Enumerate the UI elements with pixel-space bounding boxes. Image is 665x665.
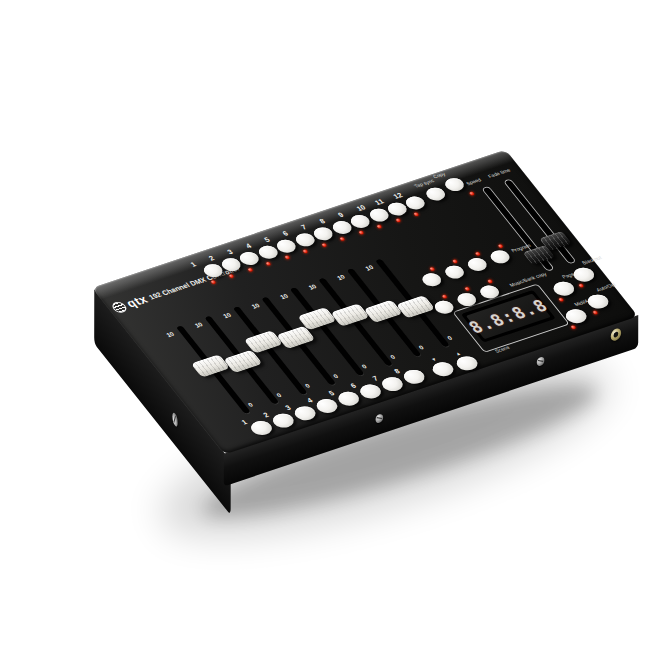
fixture-number: 1 [189,261,197,268]
function-button-r1-2[interactable] [441,264,466,281]
fixture-led [358,230,364,235]
function-led [452,259,458,264]
fader-scale-top: 10 [165,331,175,338]
fader-scale-top: 10 [222,312,232,319]
function-button-r1-1[interactable] [419,271,444,288]
fader-scale-bottom: 0 [247,402,254,408]
scene-button-7[interactable] [378,375,406,394]
side-led [558,297,564,302]
function-led [441,294,447,299]
utility-button-tap-sync[interactable] [423,186,448,203]
function-button-r1-4[interactable] [487,249,512,266]
fixture-number: 6 [281,230,289,237]
fixture-led [266,261,272,266]
fixture-led [395,218,401,223]
fixture-led [247,268,253,273]
side-label: Blackout [581,255,603,265]
master-fader-label: Fade time [487,168,511,179]
screw [172,410,177,429]
fader-scale-bottom: 0 [304,383,311,389]
scene-number: 3 [284,404,292,411]
scene-number: 2 [262,411,270,418]
function-button-r1-3[interactable] [464,256,489,273]
fixture-led [284,255,290,260]
fixture-number: 4 [244,242,252,249]
side-led [570,325,576,330]
scene-number: 6 [349,382,357,389]
side-button-auto-del[interactable] [583,292,611,311]
function-led [475,252,481,257]
fixture-number: 3 [226,248,234,255]
fixture-number: 10 [355,204,367,212]
fixture-number: 11 [373,198,385,206]
scene-number: 8 [393,367,401,374]
scene-number: 5 [327,389,335,396]
screw [537,356,545,367]
bank-button-up[interactable] [452,354,480,373]
fixture-number: 8 [318,217,326,224]
scene-number: 1 [240,419,248,426]
fader-scale-top: 10 [307,283,317,290]
function-led [497,244,503,249]
fixture-number: 5 [263,236,271,243]
scene-button-4[interactable] [312,397,340,416]
function-led [464,287,470,292]
bank-button-down[interactable] [428,360,456,379]
channel-fader-cap-1[interactable] [191,354,231,378]
master-fader-label: Speed [465,178,482,187]
utility-led [469,191,475,196]
fixture-led [321,243,327,248]
fader-scale-bottom: 0 [389,354,396,360]
fixture-number: 2 [207,254,215,261]
fader-scale-top: 10 [364,264,374,271]
fixture-led [339,237,345,242]
channel-fader-track-3[interactable] [233,306,308,395]
function-led [487,279,493,284]
fader-scale-bottom: 0 [332,373,339,379]
fader-scale-top: 10 [336,274,346,281]
scene-button-2[interactable] [269,411,297,430]
fader-scale-bottom: 0 [446,335,453,341]
scene-button-5[interactable] [334,389,362,408]
fixture-led [376,224,382,229]
side-button-page[interactable] [549,279,577,298]
scene-number: 7 [371,375,379,382]
fixture-number: 9 [336,211,344,218]
fader-scale-top: 10 [250,302,260,309]
channel-fader-cap-8[interactable] [396,295,436,319]
side-button-blackout[interactable] [569,265,597,284]
fixture-number: 7 [300,224,308,231]
side-led [578,283,584,288]
scene-button-8[interactable] [399,367,427,386]
fixture-number: 12 [392,192,404,200]
channel-fader-cap-2[interactable] [223,350,263,374]
bank-arrow-label: ▼ [430,357,438,363]
scene-number: 4 [306,397,314,404]
fader-scale-bottom: 0 [361,364,368,370]
side-led [592,310,598,315]
power-jack [611,327,621,342]
fixture-led [413,212,419,217]
brand: qtx 192 Channel DMX Controller [109,262,243,315]
fader-scale-bottom: 0 [275,392,282,398]
controls-layer: 123456789101112Tap syncCopySpeedFade tim… [92,150,505,288]
scene-button-6[interactable] [356,382,384,401]
utility-label: Copy [432,172,446,180]
bank-arrow-label: ▲ [454,351,462,357]
fader-scale-top: 10 [279,293,289,300]
utility-button-copy[interactable] [441,176,466,193]
fixture-led [302,249,308,254]
fader-scale-bottom: 0 [418,345,425,351]
side-label: Auto/Del [595,282,617,292]
scene-button-3[interactable] [290,404,318,423]
scene-button-1[interactable] [247,418,275,437]
function-led [429,267,435,272]
screw [376,413,384,424]
channel-fader-cap-7[interactable] [363,299,403,323]
fader-scale-top: 10 [194,321,204,328]
channel-fader-cap-6[interactable] [330,303,370,327]
display-label: Scene [494,345,511,354]
